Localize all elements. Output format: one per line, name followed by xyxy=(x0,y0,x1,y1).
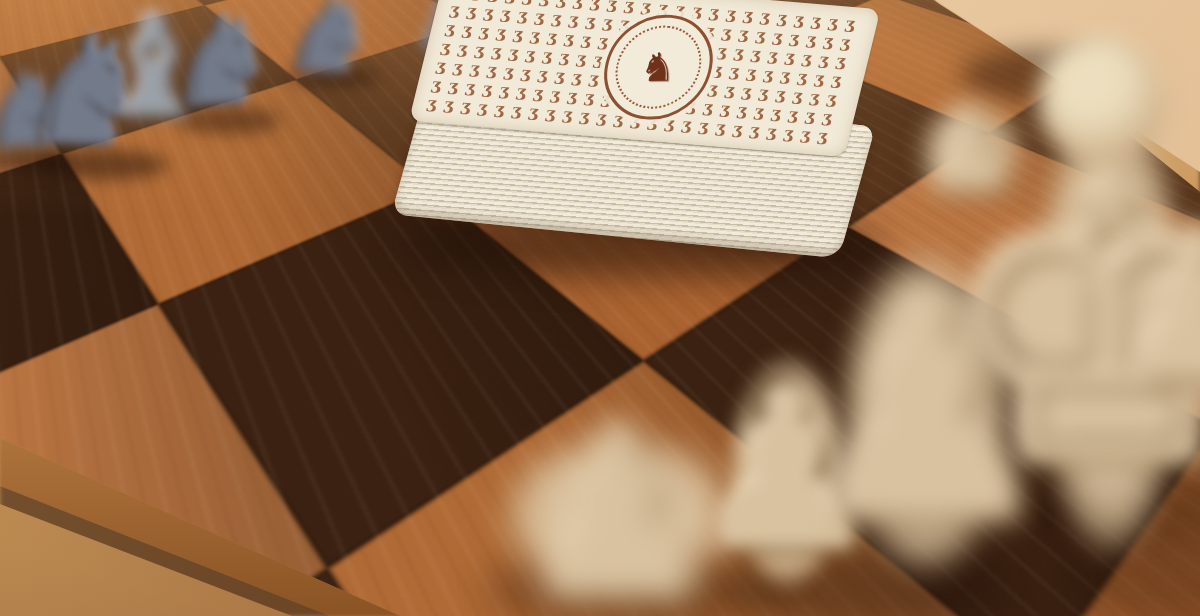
photo-scene: ♞♞♝♞♞♟ ʒʒʒʒʒʒʒʒʒʒʒʒʒʒʒʒʒʒʒʒʒʒʒʒʒʒʒʒʒʒʒʒʒ… xyxy=(0,0,1200,616)
emblem-ring: ♞ xyxy=(607,22,711,112)
card-deck: ʒʒʒʒʒʒʒʒʒʒʒʒʒʒʒʒʒʒʒʒʒʒʒʒʒʒʒʒʒʒʒʒʒʒʒʒʒʒʒʒ… xyxy=(398,0,887,294)
emblem-figure-icon: ♞ xyxy=(637,44,680,90)
